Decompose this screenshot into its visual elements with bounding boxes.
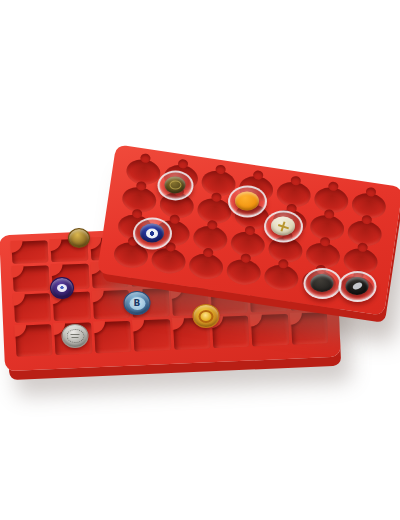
silver-text-cap: [62, 325, 89, 347]
black-cap-emblem-icon: [351, 281, 363, 291]
square-well: [13, 265, 50, 292]
yellow-cap-emblem-icon: [199, 310, 214, 323]
olive-gold-cap-emblem-icon: [169, 181, 181, 190]
gold-cap: [68, 229, 90, 247]
blue-b-cap: B: [124, 292, 151, 314]
black-cap-face: [346, 277, 369, 295]
dark-gray-cap-face: [311, 274, 334, 292]
blue-emblem-cap: [140, 224, 164, 243]
olive-gold-cap: [165, 177, 186, 194]
purple-cap-face: [50, 277, 74, 299]
dark-gray-cap: [311, 274, 334, 292]
square-well: [94, 321, 132, 354]
round-well: [225, 257, 262, 287]
blue-emblem-cap-face: [140, 224, 164, 243]
round-well: [263, 262, 300, 292]
white-gold-cap-face: [271, 217, 295, 236]
silver-text-cap-emblem-icon: [66, 329, 84, 343]
square-well: [15, 324, 53, 357]
product-photo-scene: B: [0, 0, 400, 520]
round-well: [188, 251, 225, 281]
yellow-cap-face: [193, 304, 220, 328]
yellow-cap: [193, 305, 220, 327]
silver-text-cap-face: [62, 324, 89, 348]
square-well: [133, 319, 171, 352]
square-well: [291, 312, 329, 345]
white-gold-cap: [271, 217, 295, 236]
gold-cap-face: [68, 228, 90, 248]
purple-cap-emblem-icon: [57, 284, 67, 292]
square-well: [14, 293, 52, 323]
blue-emblem-cap-emblem-icon: [146, 228, 158, 238]
round-well: [150, 245, 187, 275]
olive-gold-cap-face: [165, 177, 186, 194]
blue-b-cap-face: B: [124, 291, 151, 315]
square-well: [251, 314, 289, 347]
purple-cap: [50, 278, 74, 298]
orange-cap: [235, 192, 259, 211]
blue-b-cap-emblem-icon: B: [129, 297, 145, 310]
black-cap: [346, 277, 369, 295]
orange-cap-face: [235, 192, 259, 211]
white-gold-cap-emblem-icon: [274, 218, 291, 234]
square-well: [11, 240, 48, 264]
